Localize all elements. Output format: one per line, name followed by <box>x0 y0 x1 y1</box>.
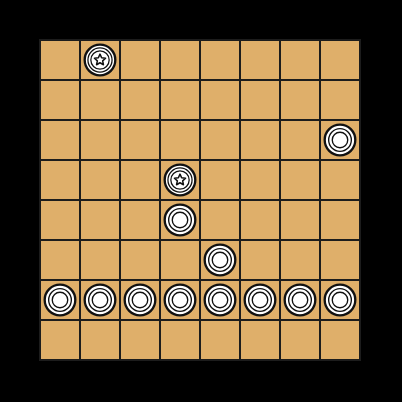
board-cell[interactable] <box>41 161 79 199</box>
white-man-piece[interactable] <box>202 282 238 318</box>
board-cell[interactable] <box>81 41 119 79</box>
board-cell[interactable] <box>81 201 119 239</box>
board-cell[interactable] <box>41 81 79 119</box>
white-man-piece[interactable] <box>322 282 358 318</box>
checkers-board <box>39 39 361 361</box>
board-cell[interactable] <box>161 161 199 199</box>
white-man-piece[interactable] <box>282 282 318 318</box>
board-cell[interactable] <box>121 241 159 279</box>
board-cell[interactable] <box>241 321 279 359</box>
board-cell[interactable] <box>241 161 279 199</box>
white-man-piece[interactable] <box>82 282 118 318</box>
board-cell[interactable] <box>81 241 119 279</box>
board-cell[interactable] <box>321 81 359 119</box>
board-cell[interactable] <box>121 321 159 359</box>
board-cell[interactable] <box>41 241 79 279</box>
board-cell[interactable] <box>281 241 319 279</box>
white-man-piece[interactable] <box>322 122 358 158</box>
board-cell[interactable] <box>41 321 79 359</box>
board-cell[interactable] <box>161 281 199 319</box>
board-cell[interactable] <box>241 241 279 279</box>
board-cell[interactable] <box>81 81 119 119</box>
board-cell[interactable] <box>161 321 199 359</box>
board-cell[interactable] <box>121 81 159 119</box>
board-cell[interactable] <box>161 241 199 279</box>
board-cell[interactable] <box>321 281 359 319</box>
board-cell[interactable] <box>241 41 279 79</box>
board-cell[interactable] <box>81 321 119 359</box>
board-cell[interactable] <box>281 281 319 319</box>
board-cell[interactable] <box>161 121 199 159</box>
white-man-piece[interactable] <box>242 282 278 318</box>
board-cell[interactable] <box>201 41 239 79</box>
board-cell[interactable] <box>321 201 359 239</box>
board-cell[interactable] <box>321 161 359 199</box>
board-cell[interactable] <box>161 41 199 79</box>
board-cell[interactable] <box>241 81 279 119</box>
board-cell[interactable] <box>201 81 239 119</box>
board-cell[interactable] <box>321 241 359 279</box>
white-man-piece[interactable] <box>42 282 78 318</box>
board-cell[interactable] <box>41 281 79 319</box>
game-stage <box>0 0 402 402</box>
white-man-piece[interactable] <box>202 242 238 278</box>
board-cell[interactable] <box>81 161 119 199</box>
board-cell[interactable] <box>281 201 319 239</box>
white-man-piece[interactable] <box>122 282 158 318</box>
board-cell[interactable] <box>41 41 79 79</box>
board-cell[interactable] <box>201 281 239 319</box>
board-cell[interactable] <box>281 81 319 119</box>
board-cell[interactable] <box>241 121 279 159</box>
board-cell[interactable] <box>41 121 79 159</box>
board-cell[interactable] <box>201 321 239 359</box>
board-cell[interactable] <box>281 41 319 79</box>
board-cell[interactable] <box>201 121 239 159</box>
board-cell[interactable] <box>121 41 159 79</box>
white-man-piece[interactable] <box>162 202 198 238</box>
board-cell[interactable] <box>201 161 239 199</box>
board-cell[interactable] <box>241 281 279 319</box>
board-cell[interactable] <box>161 201 199 239</box>
board-cell[interactable] <box>281 121 319 159</box>
board-cell[interactable] <box>321 121 359 159</box>
board-cell[interactable] <box>201 201 239 239</box>
board-cell[interactable] <box>281 161 319 199</box>
board-cell[interactable] <box>201 241 239 279</box>
board-cell[interactable] <box>41 201 79 239</box>
board-cell[interactable] <box>321 41 359 79</box>
board-cell[interactable] <box>81 121 119 159</box>
white-king-piece[interactable] <box>162 162 198 198</box>
board-cell[interactable] <box>121 121 159 159</box>
white-king-piece[interactable] <box>82 42 118 78</box>
board-cell[interactable] <box>321 321 359 359</box>
board-cell[interactable] <box>241 201 279 239</box>
board-cell[interactable] <box>161 81 199 119</box>
board-cell[interactable] <box>81 281 119 319</box>
board-cell[interactable] <box>121 281 159 319</box>
white-man-piece[interactable] <box>162 282 198 318</box>
board-cell[interactable] <box>121 201 159 239</box>
board-cell[interactable] <box>281 321 319 359</box>
board-cell[interactable] <box>121 161 159 199</box>
